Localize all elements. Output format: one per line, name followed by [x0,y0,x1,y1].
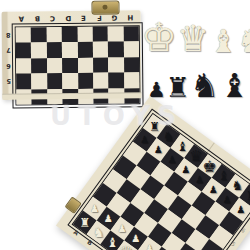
board-square [78,73,94,89]
board-square [108,26,124,42]
board-square [124,42,140,58]
file-label: D [60,12,76,24]
black-pieces-row: ♟ ♜ ♞ ♝ ♛ ♚ [147,51,250,101]
board-square [93,73,109,89]
board-square [31,27,47,43]
file-label: F [91,12,107,24]
file-label: H [122,11,138,23]
board-square [62,58,78,74]
main-board-grid: ♜♞♝♛♚♝♞♜♟♟♟♟♟♟♟♟♟♟♟♟♟♟♟♟♜♞♝♛♚♝♞♜ [73,114,250,250]
product-photo-chess-set: A B C D E F G H 8 7 6 5 ♚ ♛ ♝ ♞ ♜ ♟ ♟ ♜ … [0,0,250,250]
board-square [124,57,140,73]
board-square [62,27,78,43]
board-square [93,42,109,58]
file-label: E [76,12,92,24]
rank-label: 7 [4,42,13,57]
piece-white-queen: ♛ [118,244,135,250]
board-square [108,57,124,73]
board-square [16,27,32,43]
board-square [124,72,140,88]
board-square [93,27,109,43]
board-square [109,73,125,89]
main-board-border: ♜♞♝♛♚♝♞♜♟♟♟♟♟♟♟♟♟♟♟♟♟♟♟♟♜♞♝♛♚♝♞♜ [72,113,250,250]
board-square [77,27,93,43]
tray-black-knight: ♞ [190,70,220,101]
board-square [62,42,78,58]
closed-board-rank-labels: 8 7 6 5 [4,27,14,89]
board-square [46,27,62,43]
rank-label: 6 [4,57,13,72]
board-square [16,74,32,90]
board-square [47,58,63,74]
board-square [31,58,47,74]
board-square [78,58,94,74]
file-label: G [107,11,123,23]
tray-black-bishop: ♝ [220,70,250,101]
rank-label: 5 [4,73,13,88]
board-square [108,42,124,58]
white-pieces-row: ♚ ♛ ♝ ♞ ♜ ♟ [141,8,250,56]
board-square [123,26,139,42]
rank-label: 8 [4,27,13,42]
tray-black-rook: ♜ [166,75,190,101]
brass-hinge-icon [64,196,81,214]
closed-chessboard-box: A B C D E F G H 8 7 6 5 [2,10,142,99]
board-square [47,42,63,58]
closed-board-file-labels: A B C D E F G H [14,11,138,24]
tray-black-queen: ♛ [249,64,250,101]
board-square [93,57,109,73]
clasp-pin-icon [102,5,107,10]
board-square [16,43,32,59]
board-square [77,42,93,58]
board-square [32,73,48,89]
file-label: B [29,12,45,24]
board-square [62,73,78,89]
open-chessboard: ♜♞♝♛♚♝♞♜♟♟♟♟♟♟♟♟♟♟♟♟♟♟♟♟♜♞♝♛♚♝♞♜ A B C D… [56,96,250,250]
piece-white-pawn: ♟ [141,240,158,250]
file-label: A [14,12,30,24]
board-square [47,73,63,89]
board-square [31,43,47,59]
file-label: C [45,12,61,24]
board-square [16,58,32,74]
